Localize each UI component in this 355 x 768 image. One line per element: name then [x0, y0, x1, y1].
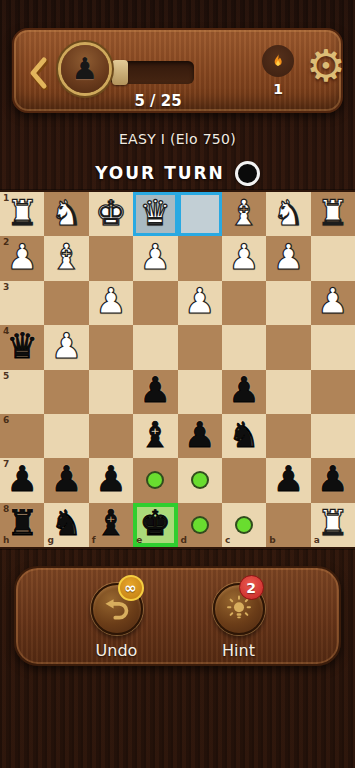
square-b3[interactable] [266, 281, 310, 325]
hint-badge: 2 [239, 575, 264, 600]
file-label-g: g [47, 536, 53, 545]
square-f7[interactable]: ♟ [89, 458, 133, 502]
chess-board: 1♜♞♚♛♝♞♜2♟♝♟♟♟3♟♟♟4♛♟5♟♟6♝♟♞7♟♟♟♟♟8h♜g♞f… [0, 190, 355, 549]
streak-count: 1 [261, 81, 295, 97]
undo-button-circle: ∞ [91, 583, 143, 635]
square-c2[interactable]: ♟ [222, 236, 266, 280]
square-b1[interactable]: ♞ [266, 192, 310, 236]
square-d4[interactable] [178, 325, 222, 369]
level-progress-label: 5 / 25 [98, 92, 218, 110]
square-e1[interactable]: ♛ [133, 192, 177, 236]
square-c1[interactable]: ♝ [222, 192, 266, 236]
rank-label-4: 4 [3, 327, 9, 336]
gear-icon: ⚙ [306, 40, 345, 91]
square-g4[interactable]: ♟ [44, 325, 88, 369]
square-f4[interactable] [89, 325, 133, 369]
square-b2[interactable]: ♟ [266, 236, 310, 280]
piece-black-pawn-d6: ♟ [184, 418, 215, 453]
square-f2[interactable] [89, 236, 133, 280]
rank-label-2: 2 [3, 238, 9, 247]
square-d5[interactable] [178, 370, 222, 414]
black-pawn-icon: ♟ [72, 54, 99, 84]
piece-black-pawn-e5: ♟ [140, 373, 171, 408]
file-label-a: a [314, 536, 320, 545]
piece-black-knight-c6: ♞ [228, 418, 259, 453]
turn-row: YOUR TURN [0, 160, 355, 186]
square-d8[interactable]: d [178, 503, 222, 547]
square-h8[interactable]: 8h♜ [0, 503, 44, 547]
square-e7[interactable] [133, 458, 177, 502]
square-f3[interactable]: ♟ [89, 281, 133, 325]
square-c8[interactable]: c [222, 503, 266, 547]
move-dot-d8 [191, 516, 209, 534]
rank-label-1: 1 [3, 194, 9, 203]
square-d6[interactable]: ♟ [178, 414, 222, 458]
piece-black-king-e8: ♚ [140, 506, 171, 541]
square-c3[interactable] [222, 281, 266, 325]
undo-badge: ∞ [118, 575, 144, 601]
action-panel: ∞ Undo [14, 566, 341, 666]
square-a7[interactable]: ♟ [311, 458, 355, 502]
level-progress-fill [112, 60, 128, 85]
flame-icon [268, 50, 288, 72]
square-a5[interactable] [311, 370, 355, 414]
file-label-c: c [225, 536, 230, 545]
level-progress-bar [110, 61, 194, 84]
move-dot-d7 [191, 471, 209, 489]
piece-white-pawn-d3: ♟ [184, 284, 215, 319]
square-b6[interactable] [266, 414, 310, 458]
turn-label: YOUR TURN [95, 163, 225, 183]
piece-white-pawn-h2: ♟ [6, 240, 37, 275]
piece-black-rook-h8: ♜ [6, 506, 37, 541]
piece-white-pawn-c2: ♟ [228, 240, 259, 275]
square-g7[interactable]: ♟ [44, 458, 88, 502]
streak-widget: 1 [261, 45, 295, 97]
square-h1[interactable]: 1♜ [0, 192, 44, 236]
piece-white-bishop-g2: ♝ [51, 240, 82, 275]
app-screen: ♟ 5 / 25 1 ⚙ EASY I (Elo 750) YOUR TURN … [0, 0, 355, 768]
piece-white-king-f1: ♚ [95, 196, 126, 231]
square-g8[interactable]: g♞ [44, 503, 88, 547]
level-medallion: ♟ [61, 45, 109, 93]
top-bar: ♟ 5 / 25 1 ⚙ [12, 28, 343, 113]
square-h4[interactable]: 4♛ [0, 325, 44, 369]
piece-white-pawn-a3: ♟ [317, 284, 348, 319]
square-d1[interactable] [178, 192, 222, 236]
square-d7[interactable] [178, 458, 222, 502]
move-dot-e7 [146, 471, 164, 489]
rank-label-5: 5 [3, 372, 9, 381]
piece-white-pawn-e2: ♟ [140, 240, 171, 275]
piece-white-pawn-g4: ♟ [51, 329, 82, 364]
piece-black-knight-g8: ♞ [51, 506, 82, 541]
undo-label: Undo [82, 641, 152, 660]
rank-label-8: 8 [3, 505, 9, 514]
hint-button-circle: 2 [213, 583, 265, 635]
square-b4[interactable] [266, 325, 310, 369]
move-dot-c8 [235, 516, 253, 534]
square-g2[interactable]: ♝ [44, 236, 88, 280]
piece-white-knight-g1: ♞ [51, 196, 82, 231]
square-a3[interactable]: ♟ [311, 281, 355, 325]
file-label-f: f [92, 536, 96, 545]
square-c7[interactable] [222, 458, 266, 502]
rank-label-3: 3 [3, 283, 9, 292]
square-h7[interactable]: 7♟ [0, 458, 44, 502]
square-h3[interactable]: 3 [0, 281, 44, 325]
piece-black-pawn-h7: ♟ [6, 462, 37, 497]
piece-white-queen-e1: ♛ [140, 196, 171, 231]
square-h6[interactable]: 6 [0, 414, 44, 458]
piece-white-knight-b1: ♞ [273, 196, 304, 231]
hint-button[interactable]: 2 Hint [204, 583, 274, 660]
square-e4[interactable] [133, 325, 177, 369]
square-h2[interactable]: 2♟ [0, 236, 44, 280]
square-a6[interactable] [311, 414, 355, 458]
undo-button[interactable]: ∞ Undo [82, 583, 152, 660]
piece-black-pawn-f7: ♟ [95, 462, 126, 497]
square-g6[interactable] [44, 414, 88, 458]
piece-white-rook-a1: ♜ [317, 196, 348, 231]
back-button[interactable] [27, 56, 51, 90]
rank-label-6: 6 [3, 416, 9, 425]
square-a4[interactable] [311, 325, 355, 369]
square-c5[interactable]: ♟ [222, 370, 266, 414]
square-d3[interactable]: ♟ [178, 281, 222, 325]
piece-white-pawn-b2: ♟ [273, 240, 304, 275]
square-f8[interactable]: f♝ [89, 503, 133, 547]
square-b5[interactable] [266, 370, 310, 414]
square-e3[interactable] [133, 281, 177, 325]
square-f5[interactable] [89, 370, 133, 414]
black-turn-indicator [235, 161, 260, 186]
file-label-d: d [181, 536, 187, 545]
square-c4[interactable] [222, 325, 266, 369]
square-e6[interactable]: ♝ [133, 414, 177, 458]
piece-black-pawn-g7: ♟ [51, 462, 82, 497]
file-label-h: h [3, 536, 9, 545]
piece-black-pawn-c5: ♟ [228, 373, 259, 408]
square-e2[interactable]: ♟ [133, 236, 177, 280]
difficulty-label: EASY I (Elo 750) [0, 131, 355, 147]
piece-black-pawn-a7: ♟ [317, 462, 348, 497]
square-h5[interactable]: 5 [0, 370, 44, 414]
piece-white-pawn-f3: ♟ [95, 284, 126, 319]
piece-black-bishop-f8: ♝ [95, 506, 126, 541]
piece-black-pawn-b7: ♟ [273, 462, 304, 497]
hint-label: Hint [204, 641, 274, 660]
square-a1[interactable]: ♜ [311, 192, 355, 236]
square-b7[interactable]: ♟ [266, 458, 310, 502]
square-e8[interactable]: e♚ [133, 503, 177, 547]
square-f1[interactable]: ♚ [89, 192, 133, 236]
square-g3[interactable] [44, 281, 88, 325]
piece-black-queen-h4: ♛ [6, 329, 37, 364]
square-a2[interactable] [311, 236, 355, 280]
square-a8[interactable]: a♜ [311, 503, 355, 547]
square-d2[interactable] [178, 236, 222, 280]
square-b8[interactable]: b [266, 503, 310, 547]
streak-button[interactable] [262, 45, 294, 77]
piece-black-bishop-e6: ♝ [140, 418, 171, 453]
settings-button[interactable]: ⚙ [302, 38, 350, 94]
square-g5[interactable] [44, 370, 88, 414]
rank-label-7: 7 [3, 460, 9, 469]
piece-white-rook-h1: ♜ [6, 196, 37, 231]
square-f6[interactable] [89, 414, 133, 458]
file-label-b: b [269, 536, 275, 545]
square-e5[interactable]: ♟ [133, 370, 177, 414]
piece-white-bishop-c1: ♝ [228, 196, 259, 231]
piece-white-rook-a8: ♜ [317, 506, 348, 541]
file-label-e: e [136, 536, 142, 545]
square-g1[interactable]: ♞ [44, 192, 88, 236]
square-c6[interactable]: ♞ [222, 414, 266, 458]
